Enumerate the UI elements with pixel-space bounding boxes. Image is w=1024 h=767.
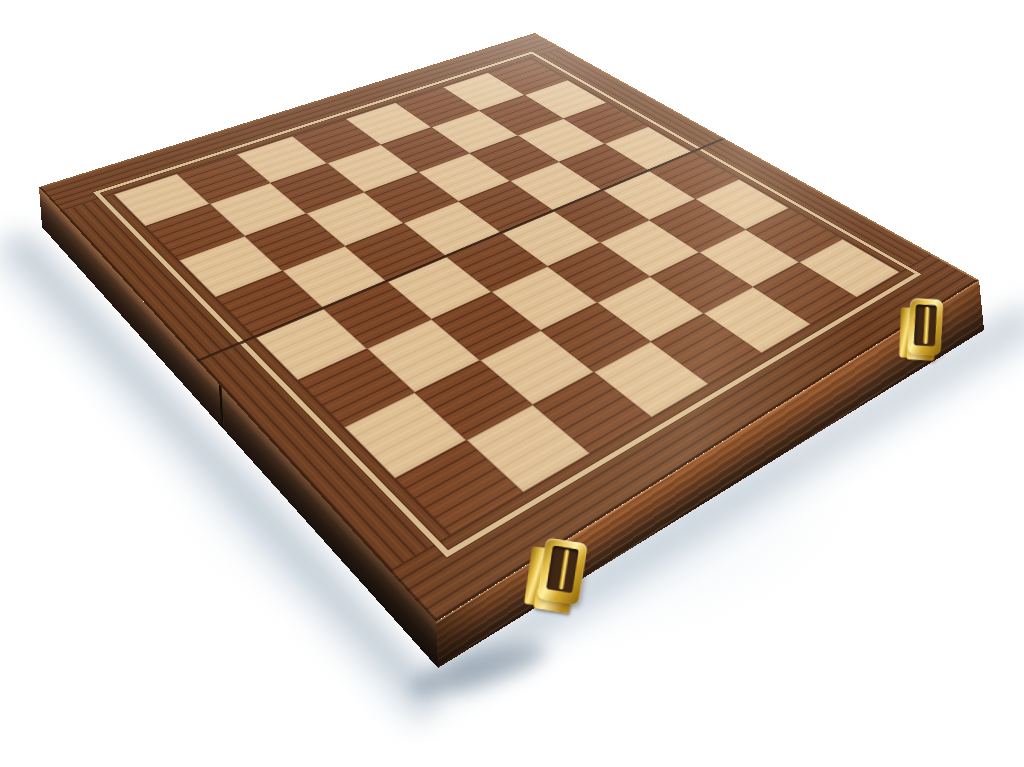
clasp-catch-bar [558,549,570,590]
clasp-ring-opening [914,304,937,346]
chess-board [39,33,979,622]
clasp-buckle-ring [537,537,588,605]
brass-clasp-front [525,538,588,615]
clasp-ring-opening [546,546,579,594]
clasp-buckle-ring [907,298,943,356]
brass-clasp-side [898,298,945,365]
product-photo-scene [0,0,1024,767]
clasp-catch-bar [923,306,930,344]
edge-rim-highlight [39,33,979,622]
